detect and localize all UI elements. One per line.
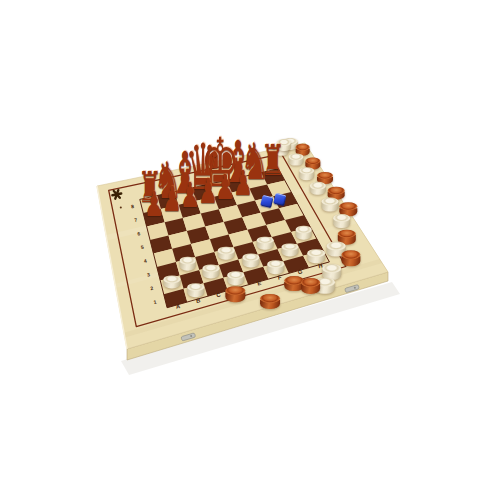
game-board: ABCDEFGH12345678	[0, 0, 500, 500]
product-photo-chess-set: ABCDEFGH12345678 ♜♞♝♚♛♝♟♞♟♜♟♟♟♟	[0, 0, 500, 500]
